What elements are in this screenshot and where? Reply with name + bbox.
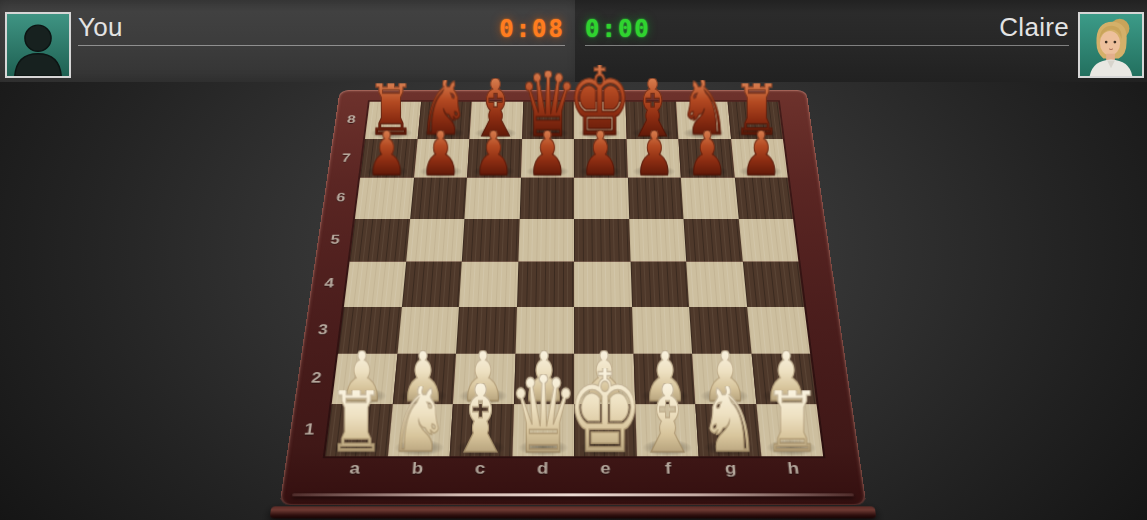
square-c7[interactable]: ♟ xyxy=(467,139,522,178)
player-name-you: You xyxy=(78,14,123,45)
square-g4[interactable] xyxy=(686,261,746,306)
rank-label-4: 4 xyxy=(308,261,349,306)
square-c4[interactable] xyxy=(459,261,518,306)
piece-red-pawn-c7[interactable]: ♟ xyxy=(473,130,514,176)
square-c5[interactable] xyxy=(462,219,519,262)
square-e6[interactable] xyxy=(574,178,629,219)
piece-red-pawn-d7[interactable]: ♟ xyxy=(527,130,568,176)
piece-white-rook-h1[interactable]: ♜ xyxy=(763,390,820,455)
square-g1[interactable]: ♞ xyxy=(695,404,761,457)
claire-avatar[interactable] xyxy=(1078,12,1144,78)
board-groove xyxy=(292,493,854,496)
file-label-e: e xyxy=(574,454,637,487)
board-frame: ♜♞♝♛♚♝♞♜♟♟♟♟♟♟♟♟♟♟♟♟♟♟♟♟♜♞♝♛♚♝♞♜ 8765432… xyxy=(279,90,866,505)
square-f5[interactable] xyxy=(629,219,686,262)
piece-red-pawn-b7[interactable]: ♟ xyxy=(420,130,461,176)
piece-white-rook-a1[interactable]: ♜ xyxy=(328,390,385,455)
piece-white-knight-b1[interactable]: ♞ xyxy=(388,385,449,454)
game-background: You 0:08 0:00 Claire xyxy=(0,0,1147,520)
piece-white-bishop-f1[interactable]: ♝ xyxy=(636,383,699,454)
square-e5[interactable] xyxy=(574,219,630,262)
square-g6[interactable] xyxy=(681,178,738,219)
square-d4[interactable] xyxy=(516,261,574,306)
square-b4[interactable] xyxy=(401,261,461,306)
square-h6[interactable] xyxy=(734,178,793,219)
file-label-a: a xyxy=(321,454,387,487)
square-a4[interactable] xyxy=(344,261,406,306)
square-g7[interactable]: ♟ xyxy=(678,139,734,178)
board-squares: ♜♞♝♛♚♝♞♜♟♟♟♟♟♟♟♟♟♟♟♟♟♟♟♟♜♞♝♛♚♝♞♜ xyxy=(325,102,823,457)
player-name-claire: Claire xyxy=(999,14,1069,45)
square-e7[interactable]: ♟ xyxy=(574,139,627,178)
piece-white-king-e1[interactable]: ♚ xyxy=(567,367,644,454)
silhouette-avatar-icon xyxy=(7,14,69,76)
you-avatar[interactable] xyxy=(5,12,71,78)
piece-red-pawn-a7[interactable]: ♟ xyxy=(367,130,408,176)
file-label-f: f xyxy=(636,454,700,487)
file-label-h: h xyxy=(761,454,827,487)
square-c6[interactable] xyxy=(464,178,520,219)
file-label-c: c xyxy=(448,454,512,487)
square-a5[interactable] xyxy=(350,219,410,262)
piece-red-pawn-e7[interactable]: ♟ xyxy=(580,130,621,176)
claire-portrait-icon xyxy=(1080,14,1142,76)
square-b6[interactable] xyxy=(410,178,467,219)
square-d5[interactable] xyxy=(518,219,574,262)
piece-red-pawn-f7[interactable]: ♟ xyxy=(634,130,675,176)
square-d7[interactable]: ♟ xyxy=(520,139,573,178)
rank-label-3: 3 xyxy=(301,306,344,353)
square-e4[interactable] xyxy=(574,261,632,306)
square-f7[interactable]: ♟ xyxy=(626,139,681,178)
square-a6[interactable] xyxy=(355,178,414,219)
square-h7[interactable]: ♟ xyxy=(731,139,788,178)
file-label-b: b xyxy=(384,454,449,487)
square-c1[interactable]: ♝ xyxy=(450,404,514,457)
square-d6[interactable] xyxy=(519,178,574,219)
square-b5[interactable] xyxy=(406,219,465,262)
board-base-edge xyxy=(270,506,877,518)
square-f6[interactable] xyxy=(627,178,683,219)
square-h5[interactable] xyxy=(738,219,798,262)
file-labels: abcdefgh xyxy=(321,454,827,487)
piece-red-pawn-g7[interactable]: ♟ xyxy=(687,130,728,176)
piece-white-bishop-c1[interactable]: ♝ xyxy=(449,383,512,454)
rank-label-6: 6 xyxy=(321,178,360,219)
rank-label-8: 8 xyxy=(333,102,370,139)
square-f1[interactable]: ♝ xyxy=(635,404,699,457)
square-a7[interactable]: ♟ xyxy=(360,139,417,178)
file-label-d: d xyxy=(511,454,574,487)
rank-label-7: 7 xyxy=(327,139,365,178)
piece-red-pawn-h7[interactable]: ♟ xyxy=(741,130,782,176)
square-b1[interactable]: ♞ xyxy=(387,404,453,457)
square-h4[interactable] xyxy=(742,261,804,306)
rank-label-1: 1 xyxy=(287,404,332,457)
square-e1[interactable]: ♚ xyxy=(574,404,636,457)
square-b7[interactable]: ♟ xyxy=(414,139,470,178)
square-g5[interactable] xyxy=(683,219,742,262)
square-h1[interactable]: ♜ xyxy=(756,404,823,457)
rank-label-5: 5 xyxy=(315,219,355,262)
square-a1[interactable]: ♜ xyxy=(325,404,392,457)
chess-board[interactable]: ♜♞♝♛♚♝♞♜♟♟♟♟♟♟♟♟♟♟♟♟♟♟♟♟♜♞♝♛♚♝♞♜ 8765432… xyxy=(279,90,866,505)
square-f4[interactable] xyxy=(630,261,689,306)
square-d1[interactable]: ♛ xyxy=(512,404,574,457)
piece-white-knight-g1[interactable]: ♞ xyxy=(699,385,760,454)
file-label-g: g xyxy=(698,454,763,487)
board-scene: ♜♞♝♛♚♝♞♜♟♟♟♟♟♟♟♟♟♟♟♟♟♟♟♟♜♞♝♛♚♝♞♜ 8765432… xyxy=(313,14,833,520)
